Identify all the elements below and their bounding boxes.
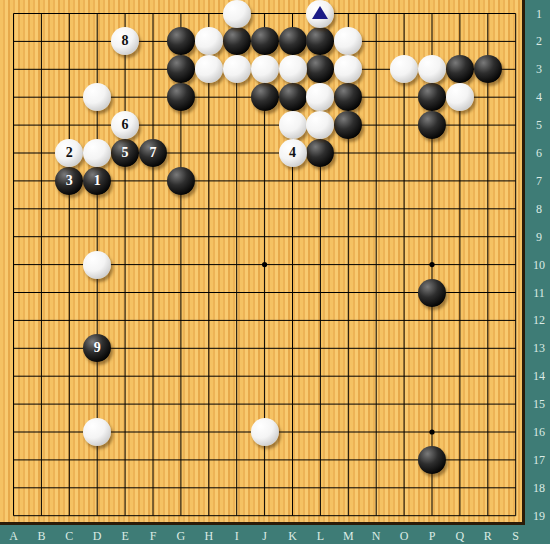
row-label-17: 17: [533, 452, 545, 467]
stone-black-G4[interactable]: [167, 83, 195, 111]
column-label-A: A: [9, 529, 18, 544]
stone-white-L1[interactable]: [306, 0, 334, 28]
stone-white-J3[interactable]: [251, 55, 279, 83]
stone-black-J2[interactable]: [251, 27, 279, 55]
column-label-B: B: [37, 529, 45, 544]
move-number-4: 4: [289, 146, 296, 160]
row-label-11: 11: [533, 285, 545, 300]
stone-white-D16[interactable]: [83, 418, 111, 446]
star-point-J10: [262, 262, 267, 267]
star-point-P10: [429, 262, 434, 267]
row-label-4: 4: [536, 90, 542, 105]
stone-black-G7[interactable]: [167, 167, 195, 195]
stone-black-D7[interactable]: 1: [83, 167, 111, 195]
row-label-15: 15: [533, 397, 545, 412]
row-label-16: 16: [533, 425, 545, 440]
stone-black-P4[interactable]: [418, 83, 446, 111]
row-label-10: 10: [533, 257, 545, 272]
column-label-Q: Q: [456, 529, 465, 544]
stone-black-Q3[interactable]: [446, 55, 474, 83]
stone-black-P17[interactable]: [418, 446, 446, 474]
stone-black-F6[interactable]: 7: [139, 139, 167, 167]
move-number-8: 8: [122, 34, 129, 48]
stone-white-I1[interactable]: [223, 0, 251, 28]
row-label-18: 18: [533, 480, 545, 495]
row-label-9: 9: [536, 229, 542, 244]
stone-white-Q4[interactable]: [446, 83, 474, 111]
stone-white-H3[interactable]: [195, 55, 223, 83]
stone-white-K5[interactable]: [279, 111, 307, 139]
row-label-14: 14: [533, 369, 545, 384]
column-label-L: L: [317, 529, 324, 544]
stone-white-H2[interactable]: [195, 27, 223, 55]
stone-black-P11[interactable]: [418, 279, 446, 307]
row-label-3: 3: [536, 62, 542, 77]
move-number-1: 1: [94, 174, 101, 188]
stone-black-R3[interactable]: [474, 55, 502, 83]
row-label-13: 13: [533, 341, 545, 356]
row-labels-strip: 12345678910111213141516171819: [524, 0, 550, 544]
row-label-1: 1: [536, 6, 542, 21]
stone-white-D6[interactable]: [83, 139, 111, 167]
column-label-J: J: [262, 529, 267, 544]
column-labels-strip: ABCDEFGHIJKLMNOPQRS: [0, 524, 550, 544]
stone-white-E5[interactable]: 6: [111, 111, 139, 139]
column-label-G: G: [177, 529, 186, 544]
stone-white-K6[interactable]: 4: [279, 139, 307, 167]
stone-black-P5[interactable]: [418, 111, 446, 139]
row-label-12: 12: [533, 313, 545, 328]
stone-black-G3[interactable]: [167, 55, 195, 83]
stone-black-I2[interactable]: [223, 27, 251, 55]
stone-black-E6[interactable]: 5: [111, 139, 139, 167]
move-number-7: 7: [150, 146, 157, 160]
move-number-2: 2: [66, 146, 73, 160]
move-number-5: 5: [122, 146, 129, 160]
move-number-9: 9: [94, 341, 101, 355]
stone-black-K4[interactable]: [279, 83, 307, 111]
row-label-8: 8: [536, 201, 542, 216]
stone-black-K2[interactable]: [279, 27, 307, 55]
column-label-E: E: [121, 529, 128, 544]
stone-white-D10[interactable]: [83, 251, 111, 279]
move-number-6: 6: [122, 118, 129, 132]
row-label-2: 2: [536, 34, 542, 49]
column-label-N: N: [372, 529, 381, 544]
column-label-O: O: [400, 529, 409, 544]
column-label-H: H: [204, 529, 213, 544]
move-number-3: 3: [66, 174, 73, 188]
stone-white-I3[interactable]: [223, 55, 251, 83]
row-label-7: 7: [536, 173, 542, 188]
go-board-app: 573198624 12345678910111213141516171819 …: [0, 0, 550, 544]
column-label-P: P: [429, 529, 436, 544]
row-label-5: 5: [536, 118, 542, 133]
row-label-6: 6: [536, 146, 542, 161]
stone-black-J4[interactable]: [251, 83, 279, 111]
triangle-marker-icon: [312, 6, 328, 19]
stone-black-C7[interactable]: 3: [55, 167, 83, 195]
column-label-D: D: [93, 529, 102, 544]
row-label-19: 19: [533, 508, 545, 523]
star-point-P16: [429, 429, 434, 434]
column-label-M: M: [343, 529, 354, 544]
column-label-K: K: [288, 529, 297, 544]
stone-white-J16[interactable]: [251, 418, 279, 446]
column-label-S: S: [512, 529, 519, 544]
stone-white-K3[interactable]: [279, 55, 307, 83]
column-label-R: R: [484, 529, 492, 544]
column-label-I: I: [235, 529, 239, 544]
column-label-F: F: [150, 529, 157, 544]
column-label-C: C: [65, 529, 73, 544]
go-board[interactable]: 573198624: [0, 0, 525, 525]
